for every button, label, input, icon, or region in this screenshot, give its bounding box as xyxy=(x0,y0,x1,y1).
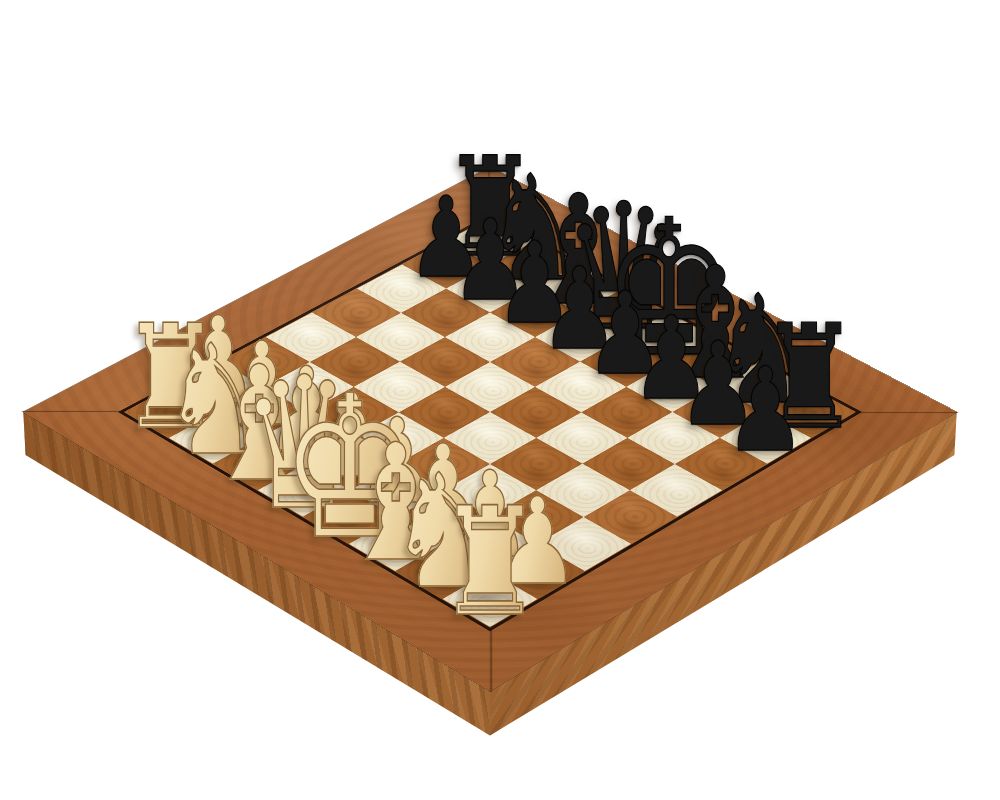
chess-set-photo: ♜♞♝♛♚♝♞♜♟♟♟♟♟♟♟♟♟♟♟♟♟♟♟♟♜♞♝♛♚♝♞♜ xyxy=(0,0,1000,800)
border-miter-seam xyxy=(22,411,126,412)
border-miter-seam xyxy=(490,626,492,691)
chess-board xyxy=(23,167,956,691)
border-miter-seam xyxy=(488,166,490,218)
border-miter-seam xyxy=(854,412,958,413)
